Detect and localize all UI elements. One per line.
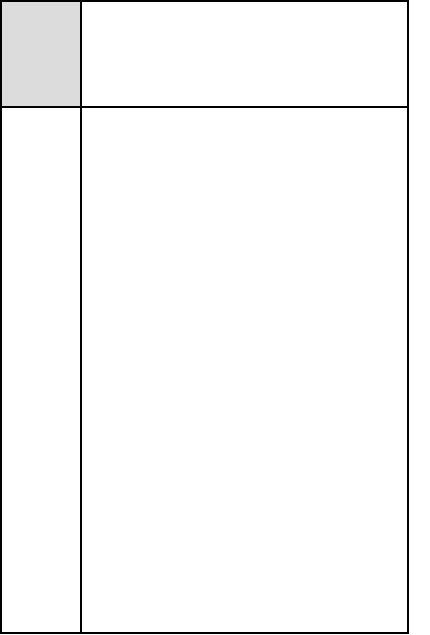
side-watermark-text (407, 503, 427, 633)
column-clues (82, 2, 407, 108)
corner-watermark-text (2, 2, 82, 108)
corner-watermark-block (2, 2, 82, 108)
row-clues (2, 108, 82, 632)
nonogram-board (82, 108, 407, 632)
nonogram-puzzle (0, 0, 409, 634)
